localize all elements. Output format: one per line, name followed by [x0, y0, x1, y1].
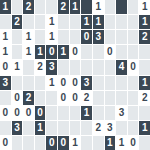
cell-r5c1[interactable]: 0 [0, 60, 11, 74]
cell-r6c13[interactable]: 1 [139, 76, 150, 90]
cell-r8c10[interactable] [105, 106, 116, 120]
cell-r6c8[interactable]: 3 [81, 76, 92, 90]
cell-r3c8[interactable]: 0 [81, 30, 92, 44]
cell-r9c9[interactable]: 2 [93, 121, 104, 135]
cell-r7c4[interactable] [35, 91, 46, 105]
cell-r5c10[interactable] [105, 60, 116, 74]
cell-r6c10[interactable] [105, 76, 116, 90]
cell-r2c1[interactable] [0, 15, 11, 29]
cell-r10c12[interactable]: 0 [128, 136, 139, 150]
cell-r3c11[interactable] [116, 30, 127, 44]
cell-r7c5[interactable] [46, 91, 57, 105]
cell-r9c4[interactable]: 1 [35, 121, 46, 135]
cell-r8c1[interactable]: 0 [0, 106, 11, 120]
cell-r3c6[interactable] [58, 30, 69, 44]
cell-r9c12[interactable] [128, 121, 139, 135]
cell-r5c11[interactable]: 4 [116, 60, 127, 74]
cell-r6c9[interactable] [93, 76, 104, 90]
cell-r8c2[interactable]: 0 [12, 106, 23, 120]
cell-r3c3[interactable]: 1 [23, 30, 34, 44]
cell-r10c7[interactable]: 1 [70, 136, 81, 150]
cell-r5c12[interactable]: 0 [128, 60, 139, 74]
mosaic-board: 1221112111111103211101000123403100310200… [0, 0, 150, 150]
cell-r7c12[interactable] [128, 91, 139, 105]
cell-r4c11[interactable] [116, 45, 127, 59]
cell-r2c12[interactable] [128, 15, 139, 29]
cell-r6c2[interactable] [12, 76, 23, 90]
cell-r5c7[interactable] [70, 60, 81, 74]
cell-r7c3[interactable]: 2 [23, 91, 34, 105]
cell-r4c12[interactable] [128, 45, 139, 59]
cell-r9c11[interactable] [116, 121, 127, 135]
cell-r9c10[interactable]: 3 [105, 121, 116, 135]
cell-r5c4[interactable]: 2 [35, 60, 46, 74]
cell-r1c12[interactable] [128, 0, 139, 14]
cell-r3c1[interactable]: 1 [0, 30, 11, 44]
cell-r5c2[interactable]: 1 [12, 60, 23, 74]
cell-r5c13[interactable] [139, 60, 150, 74]
cell-r1c7[interactable]: 1 [70, 0, 81, 14]
cell-r8c5[interactable] [46, 106, 57, 120]
cell-r5c5[interactable]: 3 [46, 60, 57, 74]
cell-r10c13[interactable] [139, 136, 150, 150]
cell-r5c6[interactable] [58, 60, 69, 74]
cell-r9c7[interactable] [70, 121, 81, 135]
cell-r1c1[interactable]: 1 [0, 0, 11, 14]
cell-r1c6[interactable]: 2 [58, 0, 69, 14]
cell-r7c11[interactable] [116, 91, 127, 105]
cell-r8c13[interactable] [139, 106, 150, 120]
cell-r2c2[interactable]: 2 [12, 15, 23, 29]
cell-r2c6[interactable] [58, 15, 69, 29]
cell-r10c11[interactable]: 1 [116, 136, 127, 150]
cell-r9c13[interactable]: 1 [139, 121, 150, 135]
cell-r7c1[interactable] [0, 91, 11, 105]
cell-r4c4[interactable]: 1 [35, 45, 46, 59]
cell-r2c5[interactable]: 1 [46, 15, 57, 29]
cell-r3c13[interactable]: 2 [139, 30, 150, 44]
cell-r7c7[interactable]: 0 [70, 91, 81, 105]
cell-r5c3[interactable] [23, 60, 34, 74]
cell-r9c6[interactable] [58, 121, 69, 135]
cell-r4c6[interactable]: 1 [58, 45, 69, 59]
cell-r10c5[interactable]: 0 [46, 136, 57, 150]
cell-r1c4[interactable] [35, 0, 46, 14]
cell-r1c8[interactable] [81, 0, 92, 14]
cell-r10c9[interactable] [93, 136, 104, 150]
cell-r9c3[interactable] [23, 121, 34, 135]
cell-r7c6[interactable]: 0 [58, 91, 69, 105]
cell-r6c7[interactable]: 0 [70, 76, 81, 90]
cell-r1c11[interactable] [116, 0, 127, 14]
cell-r4c13[interactable] [139, 45, 150, 59]
cell-r6c6[interactable]: 0 [58, 76, 69, 90]
cell-r9c5[interactable] [46, 121, 57, 135]
cell-r6c4[interactable] [35, 76, 46, 90]
cell-r3c10[interactable] [105, 30, 116, 44]
cell-r7c8[interactable]: 2 [81, 91, 92, 105]
cell-r3c4[interactable] [35, 30, 46, 44]
cell-r5c8[interactable] [81, 60, 92, 74]
cell-r10c10[interactable]: 1 [105, 136, 116, 150]
cell-r1c5[interactable] [46, 0, 57, 14]
cell-r2c7[interactable] [70, 15, 81, 29]
cell-r10c8[interactable] [81, 136, 92, 150]
cell-r7c9[interactable] [93, 91, 104, 105]
cell-r8c3[interactable]: 0 [23, 106, 34, 120]
cell-r2c11[interactable] [116, 15, 127, 29]
cell-r4c9[interactable] [93, 45, 104, 59]
cell-r2c13[interactable]: 1 [139, 15, 150, 29]
cell-r9c1[interactable] [0, 121, 11, 135]
cell-r8c7[interactable] [70, 106, 81, 120]
cell-r4c10[interactable]: 0 [105, 45, 116, 59]
cell-r3c12[interactable] [128, 30, 139, 44]
cell-r9c2[interactable]: 3 [12, 121, 23, 135]
cell-r1c10[interactable] [105, 0, 116, 14]
cell-r6c3[interactable] [23, 76, 34, 90]
cell-r6c11[interactable] [116, 76, 127, 90]
cell-r6c12[interactable] [128, 76, 139, 90]
cell-r3c5[interactable]: 1 [46, 30, 57, 44]
cell-r10c1[interactable]: 0 [0, 136, 11, 150]
cell-r4c8[interactable] [81, 45, 92, 59]
cell-r10c4[interactable] [35, 136, 46, 150]
cell-r3c9[interactable]: 3 [93, 30, 104, 44]
cell-r8c9[interactable] [93, 106, 104, 120]
cell-r4c1[interactable]: 1 [0, 45, 11, 59]
cell-r1c2[interactable] [12, 0, 23, 14]
cell-r2c10[interactable] [105, 15, 116, 29]
cell-r6c5[interactable]: 1 [46, 76, 57, 90]
cell-r8c12[interactable] [128, 106, 139, 120]
cell-r6c1[interactable]: 3 [0, 76, 11, 90]
cell-r1c13[interactable]: 1 [139, 0, 150, 14]
cell-r7c13[interactable]: 2 [139, 91, 150, 105]
cell-r8c6[interactable] [58, 106, 69, 120]
cell-r4c2[interactable] [12, 45, 23, 59]
cell-r10c2[interactable] [12, 136, 23, 150]
cell-r2c4[interactable] [35, 15, 46, 29]
cell-r4c3[interactable]: 1 [23, 45, 34, 59]
cell-r2c9[interactable]: 1 [93, 15, 104, 29]
cell-r3c7[interactable] [70, 30, 81, 44]
cell-r7c2[interactable]: 0 [12, 91, 23, 105]
cell-r9c8[interactable] [81, 121, 92, 135]
cell-r10c3[interactable] [23, 136, 34, 150]
cell-r1c3[interactable]: 2 [23, 0, 34, 14]
cell-r8c8[interactable]: 1 [81, 106, 92, 120]
cell-r8c11[interactable]: 3 [116, 106, 127, 120]
cell-r7c10[interactable] [105, 91, 116, 105]
cell-r3c2[interactable] [12, 30, 23, 44]
cell-r5c9[interactable] [93, 60, 104, 74]
cell-r8c4[interactable]: 0 [35, 106, 46, 120]
cell-r1c9[interactable]: 1 [93, 0, 104, 14]
cell-r4c7[interactable]: 0 [70, 45, 81, 59]
cell-r10c6[interactable]: 0 [58, 136, 69, 150]
cell-r2c3[interactable] [23, 15, 34, 29]
cell-r2c8[interactable]: 1 [81, 15, 92, 29]
cell-r4c5[interactable]: 0 [46, 45, 57, 59]
